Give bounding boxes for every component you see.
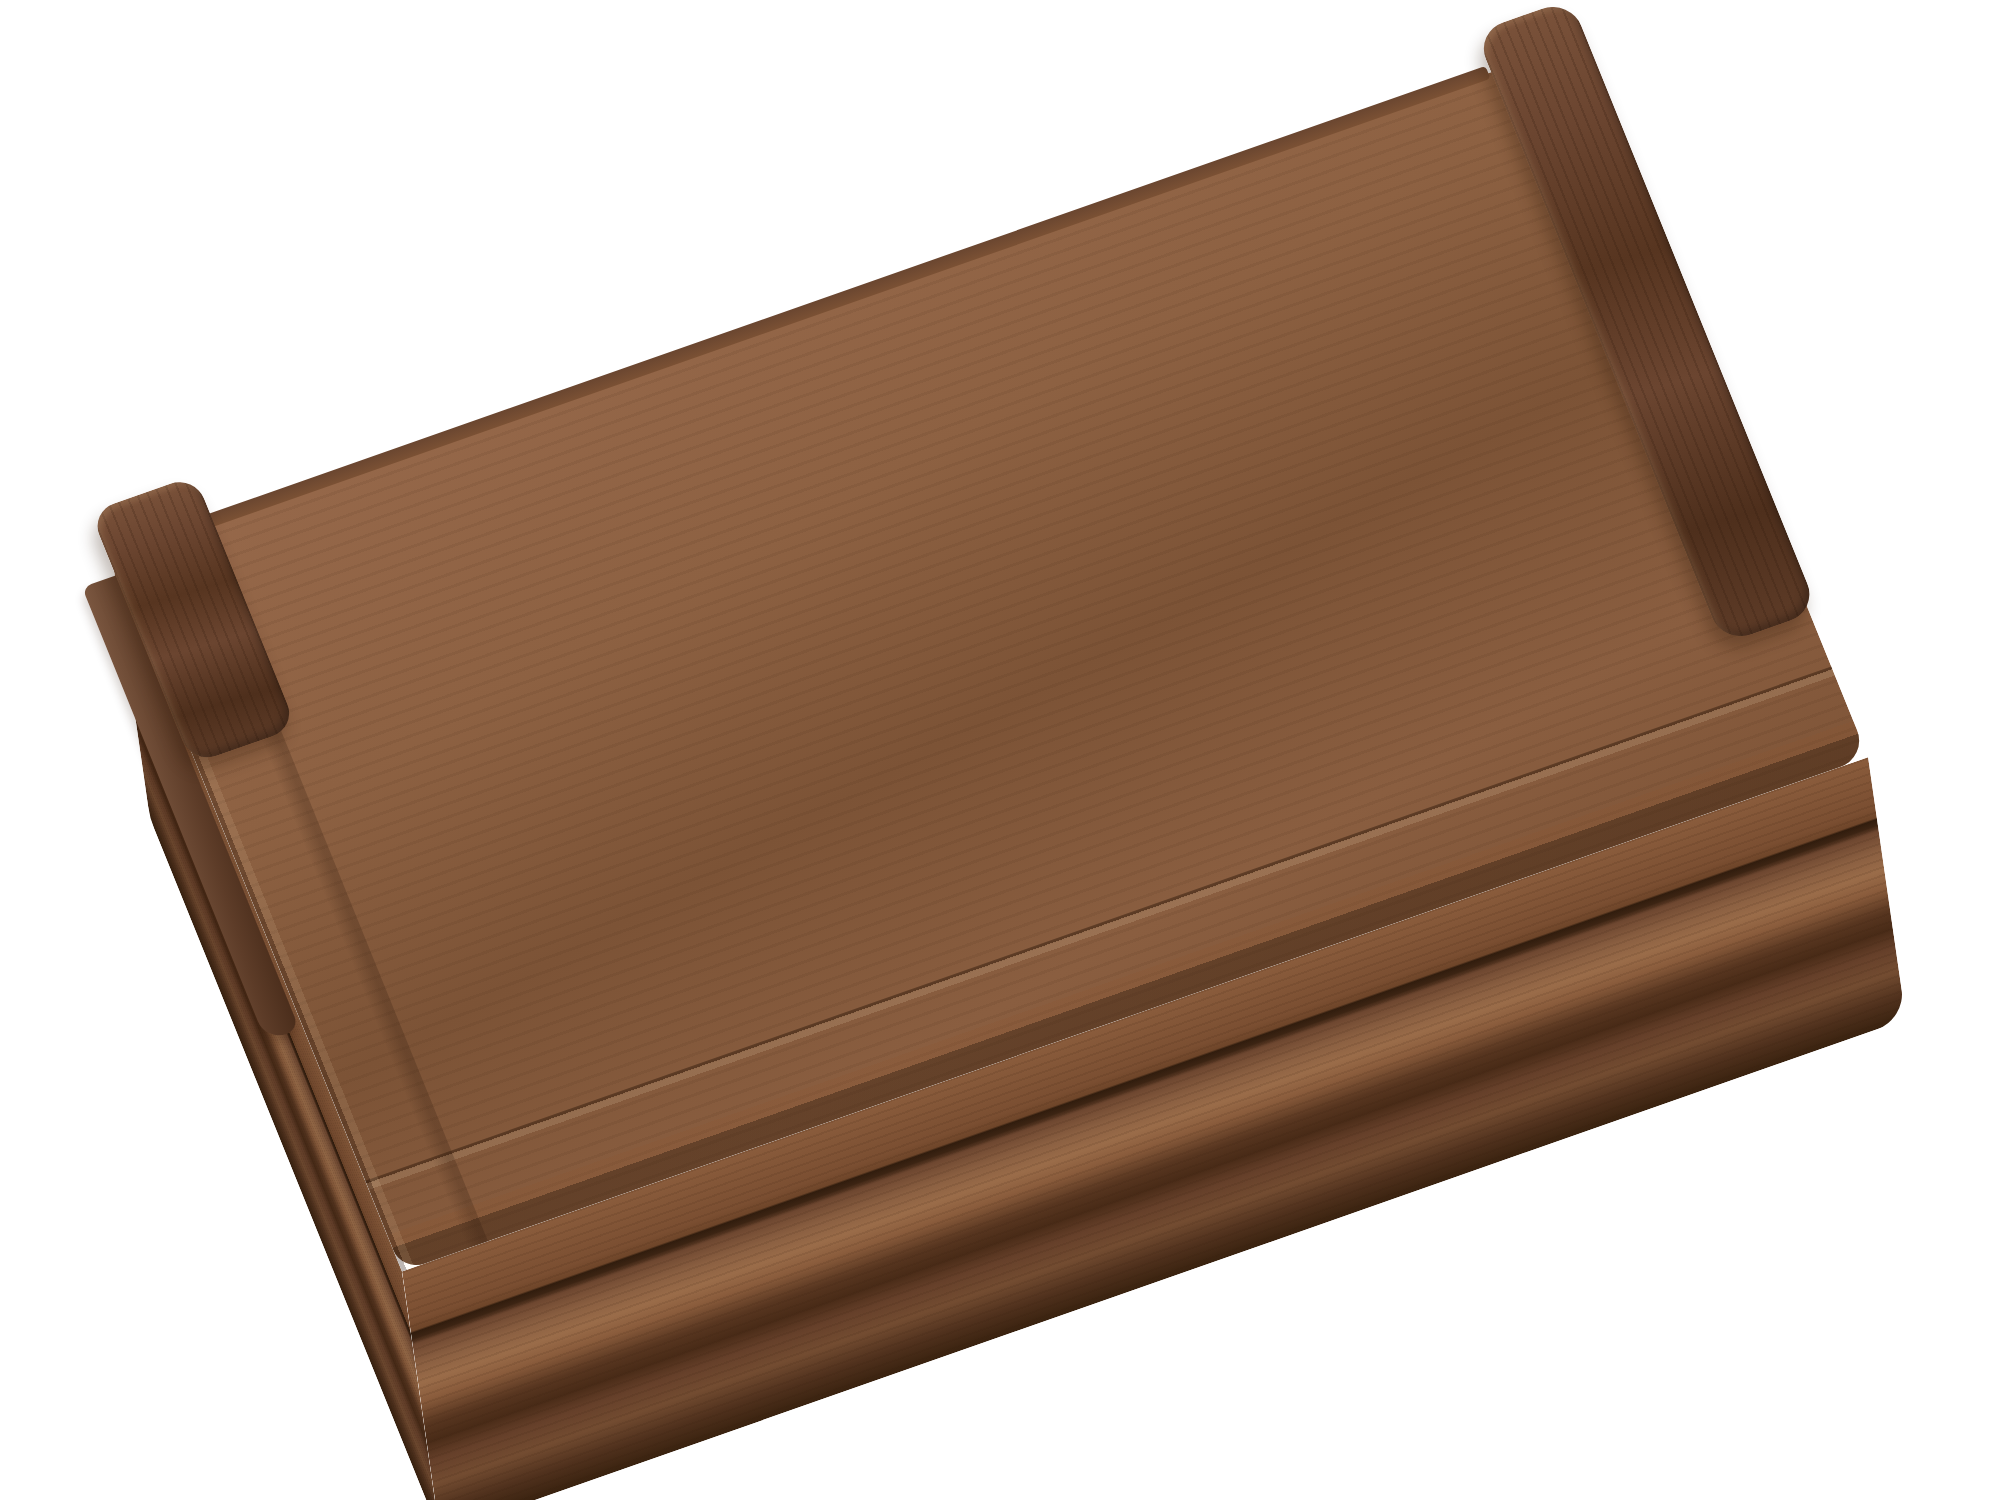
scene	[0, 0, 2000, 1500]
chess-box	[0, 0, 2000, 1500]
